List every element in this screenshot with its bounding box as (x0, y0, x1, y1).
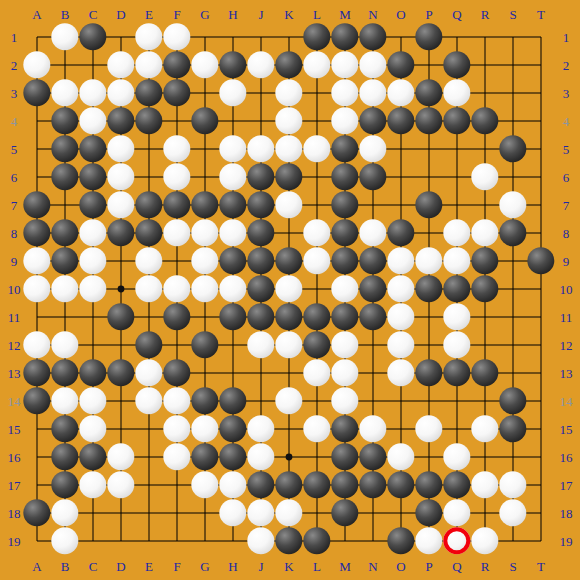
column-label-bottom: N (368, 560, 377, 573)
row-label-right: 18 (560, 507, 573, 520)
column-label-bottom: G (200, 560, 209, 573)
column-label-top: D (116, 8, 125, 21)
column-label-bottom: B (61, 560, 70, 573)
column-label-bottom: L (313, 560, 321, 573)
column-label-top: G (200, 8, 209, 21)
column-label-top: E (145, 8, 153, 21)
row-label-right: 17 (560, 479, 573, 492)
column-label-bottom: C (89, 560, 98, 573)
row-label-left: 9 (11, 255, 18, 268)
row-label-left: 15 (8, 423, 21, 436)
row-label-left: 8 (11, 227, 18, 240)
star-point (118, 286, 125, 293)
row-label-right: 13 (560, 367, 573, 380)
row-label-right: 19 (560, 535, 573, 548)
row-label-right: 3 (563, 87, 570, 100)
column-label-top: M (339, 8, 351, 21)
column-label-bottom: R (481, 560, 490, 573)
column-label-bottom: M (339, 560, 351, 573)
row-label-right: 6 (563, 171, 570, 184)
column-label-bottom: E (145, 560, 153, 573)
row-label-left: 4 (11, 115, 18, 128)
column-label-top: Q (452, 8, 461, 21)
row-label-right: 10 (560, 283, 573, 296)
row-label-right: 15 (560, 423, 573, 436)
row-label-left: 16 (8, 451, 21, 464)
star-point (286, 454, 293, 461)
row-label-right: 8 (563, 227, 570, 240)
row-label-right: 14 (560, 395, 573, 408)
row-label-left: 10 (8, 283, 21, 296)
column-label-bottom: O (396, 560, 405, 573)
row-label-right: 2 (563, 59, 570, 72)
column-label-bottom: P (425, 560, 432, 573)
column-label-top: P (425, 8, 432, 21)
row-label-right: 1 (563, 31, 570, 44)
column-label-top: H (228, 8, 237, 21)
row-label-left: 6 (11, 171, 18, 184)
row-label-left: 5 (11, 143, 18, 156)
row-label-left: 19 (8, 535, 21, 548)
column-label-bottom: F (173, 560, 180, 573)
column-label-bottom: D (116, 560, 125, 573)
row-label-right: 16 (560, 451, 573, 464)
column-label-bottom: S (509, 560, 516, 573)
row-label-right: 12 (560, 339, 573, 352)
column-label-bottom: J (258, 560, 263, 573)
column-label-top: O (396, 8, 405, 21)
go-board[interactable]: AABBCCDDEEFFGGHHJJKKLLMMNNOOPPQQRRSSTT11… (0, 0, 580, 580)
row-label-left: 1 (11, 31, 18, 44)
row-label-left: 12 (8, 339, 21, 352)
column-label-top: R (481, 8, 490, 21)
row-label-right: 11 (560, 311, 573, 324)
row-label-right: 7 (563, 199, 570, 212)
column-label-top: T (537, 8, 545, 21)
column-label-top: A (32, 8, 41, 21)
column-label-bottom: Q (452, 560, 461, 573)
row-label-left: 14 (8, 395, 21, 408)
column-label-bottom: K (284, 560, 293, 573)
column-label-top: B (61, 8, 70, 21)
column-label-bottom: A (32, 560, 41, 573)
row-label-left: 18 (8, 507, 21, 520)
column-label-bottom: T (537, 560, 545, 573)
row-label-left: 3 (11, 87, 18, 100)
row-label-right: 5 (563, 143, 570, 156)
row-label-right: 4 (563, 115, 570, 128)
row-label-left: 2 (11, 59, 18, 72)
row-label-left: 13 (8, 367, 21, 380)
column-label-top: K (284, 8, 293, 21)
column-label-top: J (258, 8, 263, 21)
column-label-top: F (173, 8, 180, 21)
column-label-top: L (313, 8, 321, 21)
row-label-left: 11 (8, 311, 21, 324)
row-label-right: 9 (563, 255, 570, 268)
column-label-top: C (89, 8, 98, 21)
row-label-left: 7 (11, 199, 18, 212)
column-label-bottom: H (228, 560, 237, 573)
column-label-top: N (368, 8, 377, 21)
column-label-top: S (509, 8, 516, 21)
row-label-left: 17 (8, 479, 21, 492)
